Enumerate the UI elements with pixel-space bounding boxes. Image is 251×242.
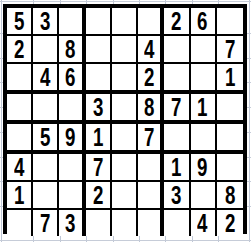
cell-r4c4[interactable]: 3	[86, 94, 112, 122]
cell-r8c2[interactable]	[33, 182, 59, 210]
cell-r6c3[interactable]: 9	[59, 124, 85, 154]
cell-r8c8[interactable]	[191, 182, 217, 210]
cell-r9c9[interactable]: 2	[217, 210, 243, 236]
cell-r9c2[interactable]: 7	[33, 210, 59, 236]
cell-r6c6[interactable]: 7	[138, 124, 164, 154]
given-digit: 7	[171, 94, 181, 120]
given-digit: 5	[14, 8, 24, 34]
cell-r1c6[interactable]	[138, 8, 164, 36]
given-digit: 6	[65, 64, 75, 90]
cell-r2c4[interactable]	[86, 36, 112, 64]
cell-r7c5[interactable]	[112, 154, 138, 182]
given-digit: 3	[93, 94, 103, 120]
cell-r4c7[interactable]: 7	[164, 94, 190, 122]
cell-r6c9[interactable]	[217, 124, 243, 154]
cell-r4c9[interactable]	[217, 94, 243, 122]
given-digit: 3	[65, 210, 75, 236]
cell-r3c2[interactable]: 4	[33, 64, 59, 94]
given-digit: 8	[144, 94, 154, 120]
given-digit: 2	[93, 182, 103, 208]
cell-r6c1[interactable]	[7, 124, 33, 154]
cell-r7c8[interactable]: 9	[191, 154, 217, 182]
cell-r7c6[interactable]	[138, 154, 164, 182]
given-digit: 1	[225, 64, 235, 90]
given-digit: 8	[65, 36, 75, 62]
cell-r9c5[interactable]	[112, 210, 138, 236]
margin-gridline-horizontal	[0, 240, 251, 241]
cell-r9c3[interactable]: 3	[59, 210, 85, 236]
cell-r9c8[interactable]: 4	[191, 210, 217, 236]
given-digit: 1	[171, 154, 181, 180]
cell-r3c1[interactable]	[7, 64, 33, 94]
cell-r8c4[interactable]: 2	[86, 182, 112, 210]
cell-r2c3[interactable]: 8	[59, 36, 85, 64]
given-digit: 4	[40, 64, 50, 90]
cell-r6c4[interactable]: 1	[86, 124, 112, 154]
cell-r8c1[interactable]: 1	[7, 182, 33, 210]
cell-r1c1[interactable]: 5	[7, 8, 33, 36]
given-digit: 4	[197, 210, 207, 236]
cell-r2c7[interactable]	[164, 36, 190, 64]
cell-r2c6[interactable]: 4	[138, 36, 164, 64]
cell-r3c7[interactable]	[164, 64, 190, 94]
cell-r1c7[interactable]: 2	[164, 8, 190, 36]
sudoku-screenshot: 53262847462138715917471912387342	[0, 0, 251, 242]
margin-gridline-horizontal	[0, 1, 251, 2]
cell-r3c3[interactable]: 6	[59, 64, 85, 94]
cell-r2c8[interactable]	[191, 36, 217, 64]
cell-r3c4[interactable]	[86, 64, 112, 94]
cell-r1c4[interactable]	[86, 8, 112, 36]
cell-r4c1[interactable]	[7, 94, 33, 122]
cell-r2c1[interactable]: 2	[7, 36, 33, 64]
cell-r9c1[interactable]	[7, 210, 33, 236]
cell-r3c8[interactable]	[191, 64, 217, 94]
given-digit: 9	[65, 124, 75, 150]
cell-r8c9[interactable]: 8	[217, 182, 243, 210]
cell-r1c3[interactable]	[59, 8, 85, 36]
cell-r7c3[interactable]	[59, 154, 85, 182]
cell-r6c2[interactable]: 5	[33, 124, 59, 154]
cell-r7c7[interactable]: 1	[164, 154, 190, 182]
cell-r6c7[interactable]	[164, 124, 190, 154]
cell-r3c6[interactable]: 2	[138, 64, 164, 94]
given-digit: 7	[144, 124, 154, 150]
cell-r8c6[interactable]	[138, 182, 164, 210]
given-digit: 2	[225, 210, 235, 236]
cell-r2c9[interactable]: 7	[217, 36, 243, 64]
given-digit: 3	[40, 8, 50, 34]
given-digit: 2	[14, 36, 24, 62]
cell-r3c9[interactable]: 1	[217, 64, 243, 94]
cell-r4c2[interactable]	[33, 94, 59, 122]
given-digit: 9	[197, 154, 207, 180]
given-digit: 4	[144, 36, 154, 62]
cell-r4c8[interactable]: 1	[191, 94, 217, 122]
cell-r9c6[interactable]	[138, 210, 164, 236]
sudoku-board: 53262847462138715917471912387342	[3, 4, 247, 234]
given-digit: 8	[225, 182, 235, 208]
given-digit: 4	[14, 154, 24, 180]
cell-r8c5[interactable]	[112, 182, 138, 210]
given-digit: 7	[225, 36, 235, 62]
cell-r4c5[interactable]	[112, 94, 138, 122]
given-digit: 1	[14, 182, 24, 208]
cell-r9c4[interactable]	[86, 210, 112, 236]
cell-r7c9[interactable]	[217, 154, 243, 182]
cell-r6c8[interactable]	[191, 124, 217, 154]
cell-r7c4[interactable]: 7	[86, 154, 112, 182]
cell-r7c2[interactable]	[33, 154, 59, 182]
cell-r3c5[interactable]	[112, 64, 138, 94]
given-digit: 7	[40, 210, 50, 236]
given-digit: 3	[171, 182, 181, 208]
given-digit: 5	[40, 124, 50, 150]
given-digit: 1	[197, 94, 207, 120]
given-digit: 2	[171, 8, 181, 34]
cell-r8c3[interactable]	[59, 182, 85, 210]
cell-r2c5[interactable]	[112, 36, 138, 64]
cell-r4c3[interactable]	[59, 94, 85, 122]
cell-r1c5[interactable]	[112, 8, 138, 36]
given-digit: 6	[197, 8, 207, 34]
cell-r4c6[interactable]: 8	[138, 94, 164, 122]
given-digit: 7	[93, 154, 103, 180]
cell-r8c7[interactable]: 3	[164, 182, 190, 210]
cell-r1c9[interactable]	[217, 8, 243, 36]
cell-r7c1[interactable]: 4	[7, 154, 33, 182]
cell-r6c5[interactable]	[112, 124, 138, 154]
cell-r9c7[interactable]	[164, 210, 190, 236]
cell-r2c2[interactable]	[33, 36, 59, 64]
cell-r1c2[interactable]: 3	[33, 8, 59, 36]
given-digit: 2	[144, 64, 154, 90]
cell-r1c8[interactable]: 6	[191, 8, 217, 36]
given-digit: 1	[93, 124, 103, 150]
